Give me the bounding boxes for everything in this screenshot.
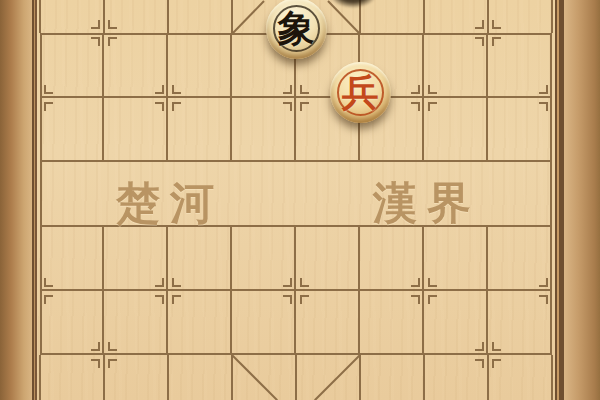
- marker-bracket: [44, 85, 53, 94]
- marker-bracket: [428, 102, 437, 111]
- table-edge-left: [0, 0, 32, 400]
- marker-bracket: [428, 278, 437, 287]
- marker-bracket: [172, 102, 181, 111]
- marker-bracket: [428, 295, 437, 304]
- marker-bracket: [108, 342, 117, 351]
- marker-bracket: [475, 37, 484, 46]
- palace-diagonal: [314, 354, 361, 400]
- marker-bracket: [475, 359, 484, 368]
- piece-black-elephant[interactable]: 象: [266, 0, 327, 59]
- marker-bracket: [539, 85, 548, 94]
- marker-bracket: [411, 278, 420, 287]
- marker-bracket: [411, 295, 420, 304]
- marker-bracket: [172, 278, 181, 287]
- file-line-top: [231, 0, 233, 33]
- marker-bracket: [108, 359, 117, 368]
- marker-bracket: [155, 278, 164, 287]
- palace-diagonal: [231, 354, 278, 400]
- river-label-han-jie: 漢界: [373, 174, 481, 233]
- river-label-chu-he: 楚河: [116, 174, 224, 233]
- board-cell: [232, 162, 296, 227]
- piece-glyph: 象: [278, 10, 315, 47]
- piece-glyph: 兵: [342, 74, 379, 111]
- palace-diagonal: [231, 0, 264, 34]
- marker-bracket: [44, 278, 53, 287]
- marker-bracket: [172, 295, 181, 304]
- file-line-bottom: [359, 355, 361, 400]
- marker-bracket: [539, 102, 548, 111]
- file-line-bottom: [487, 355, 489, 400]
- board-cell: [296, 162, 360, 227]
- marker-bracket: [411, 102, 420, 111]
- file-line-top: [551, 0, 553, 33]
- marker-bracket: [492, 342, 501, 351]
- marker-bracket: [91, 342, 100, 351]
- partial-piece-shadow: [329, 0, 377, 8]
- file-line-top: [167, 0, 169, 33]
- marker-bracket: [283, 102, 292, 111]
- marker-bracket: [172, 85, 181, 94]
- marker-bracket: [300, 85, 309, 94]
- file-line-top: [103, 0, 105, 33]
- marker-bracket: [539, 278, 548, 287]
- marker-bracket: [300, 295, 309, 304]
- marker-bracket: [155, 102, 164, 111]
- marker-bracket: [300, 102, 309, 111]
- board-cell: [40, 162, 104, 227]
- marker-bracket: [91, 359, 100, 368]
- file-line-bottom: [423, 355, 425, 400]
- board-frame-left: [32, 0, 37, 400]
- file-line-bottom: [551, 355, 553, 400]
- file-line-bottom: [39, 355, 41, 400]
- marker-bracket: [155, 295, 164, 304]
- board-cell: [488, 162, 552, 227]
- marker-bracket: [44, 295, 53, 304]
- marker-bracket: [91, 37, 100, 46]
- marker-bracket: [44, 102, 53, 111]
- piece-red-soldier[interactable]: 兵: [330, 62, 391, 123]
- board-frame-right: [555, 0, 564, 400]
- marker-bracket: [475, 342, 484, 351]
- marker-bracket: [428, 85, 437, 94]
- file-line-top: [39, 0, 41, 33]
- marker-bracket: [91, 20, 100, 29]
- file-line-top: [423, 0, 425, 33]
- marker-bracket: [283, 85, 292, 94]
- marker-bracket: [108, 20, 117, 29]
- file-line-bottom: [103, 355, 105, 400]
- marker-bracket: [283, 295, 292, 304]
- marker-bracket: [492, 37, 501, 46]
- table-edge-right: [564, 0, 600, 400]
- file-line-bottom: [231, 355, 233, 400]
- marker-bracket: [155, 85, 164, 94]
- file-line-top: [487, 0, 489, 33]
- marker-bracket: [283, 278, 292, 287]
- marker-bracket: [539, 295, 548, 304]
- marker-bracket: [300, 278, 309, 287]
- marker-bracket: [492, 359, 501, 368]
- marker-bracket: [411, 85, 420, 94]
- marker-bracket: [475, 20, 484, 29]
- file-line-bottom: [295, 355, 297, 400]
- file-line-bottom: [167, 355, 169, 400]
- xiangqi-board[interactable]: 楚河 漢界 象兵: [0, 0, 600, 400]
- marker-bracket: [492, 20, 501, 29]
- marker-bracket: [108, 37, 117, 46]
